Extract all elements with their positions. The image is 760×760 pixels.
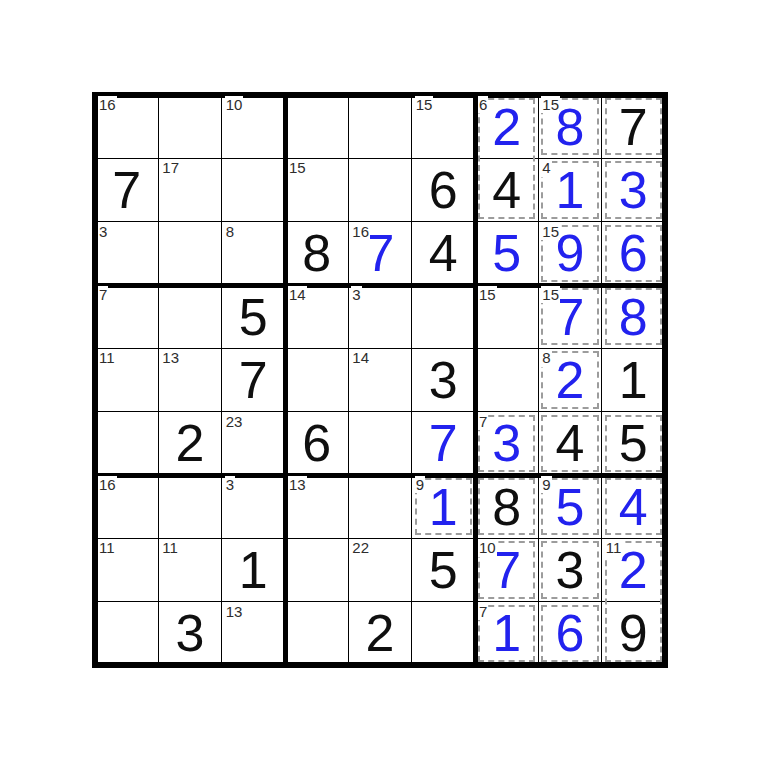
cell-r3c9[interactable]: 6 bbox=[602, 222, 665, 285]
cell-r9c4[interactable] bbox=[285, 602, 348, 665]
given-digit: 3 bbox=[412, 348, 475, 411]
cell-r7c9[interactable]: 4 bbox=[602, 475, 665, 538]
cell-r9c2[interactable]: 3 bbox=[158, 602, 221, 665]
cell-r7c5[interactable] bbox=[348, 475, 411, 538]
cell-r6c8[interactable]: 4 bbox=[538, 412, 601, 475]
cell-r4c8[interactable]: 157 bbox=[538, 285, 601, 348]
cell-r3c2[interactable] bbox=[158, 222, 221, 285]
cell-r2c8[interactable]: 41 bbox=[538, 158, 601, 221]
cell-r4c7[interactable]: 15 bbox=[475, 285, 538, 348]
cage-sum-label: 7 bbox=[478, 603, 488, 620]
cage-sum-label: 11 bbox=[161, 539, 179, 556]
cage-sum-label: 3 bbox=[351, 286, 361, 303]
given-digit: 6 bbox=[412, 158, 475, 221]
cell-r8c3[interactable]: 1 bbox=[222, 538, 285, 601]
cage-sum-label: 15 bbox=[541, 286, 560, 303]
cage-sum-label: 14 bbox=[288, 286, 307, 303]
cell-r6c9[interactable]: 5 bbox=[602, 412, 665, 475]
cell-r8c8[interactable]: 3 bbox=[538, 538, 601, 601]
cell-r7c1[interactable]: 16 bbox=[95, 475, 158, 538]
cell-r4c1[interactable]: 7 bbox=[95, 285, 158, 348]
cage-sum-label: 15 bbox=[541, 96, 560, 113]
cell-r3c6[interactable]: 4 bbox=[412, 222, 475, 285]
given-digit: 1 bbox=[222, 538, 285, 601]
cell-r5c2[interactable]: 13 bbox=[158, 348, 221, 411]
cell-r6c5[interactable] bbox=[348, 412, 411, 475]
cell-r6c6[interactable]: 7 bbox=[412, 412, 475, 475]
cell-r1c1[interactable]: 16 bbox=[95, 95, 158, 158]
cell-r6c2[interactable]: 2 bbox=[158, 412, 221, 475]
cell-r2c2[interactable]: 17 bbox=[158, 158, 221, 221]
cell-r3c7[interactable]: 5 bbox=[475, 222, 538, 285]
cell-r8c2[interactable]: 11 bbox=[158, 538, 221, 601]
cage-sum-label: 7 bbox=[98, 286, 108, 303]
cage-sum-label: 15 bbox=[541, 223, 560, 240]
cell-r1c7[interactable]: 62 bbox=[475, 95, 538, 158]
cell-r9c9[interactable]: 9 bbox=[602, 602, 665, 665]
cell-r5c6[interactable]: 3 bbox=[412, 348, 475, 411]
cell-r8c7[interactable]: 107 bbox=[475, 538, 538, 601]
cage-sum-label: 8 bbox=[225, 223, 235, 240]
cell-r8c5[interactable]: 22 bbox=[348, 538, 411, 601]
cage-sum-label: 11 bbox=[605, 539, 623, 556]
cage-sum-label: 16 bbox=[98, 476, 117, 493]
cell-r9c8[interactable]: 6 bbox=[538, 602, 601, 665]
cell-r4c5[interactable]: 3 bbox=[348, 285, 411, 348]
solved-digit: 4 bbox=[602, 475, 665, 538]
cell-r1c5[interactable] bbox=[348, 95, 411, 158]
cage-sum-label: 6 bbox=[478, 96, 488, 113]
cell-r6c1[interactable] bbox=[95, 412, 158, 475]
cell-r1c6[interactable]: 15 bbox=[412, 95, 475, 158]
cell-r5c7[interactable] bbox=[475, 348, 538, 411]
cell-r6c4[interactable]: 6 bbox=[285, 412, 348, 475]
cell-r1c9[interactable]: 7 bbox=[602, 95, 665, 158]
cell-r4c9[interactable]: 8 bbox=[602, 285, 665, 348]
cell-r1c8[interactable]: 158 bbox=[538, 95, 601, 158]
cell-r8c6[interactable]: 5 bbox=[412, 538, 475, 601]
cell-r7c2[interactable] bbox=[158, 475, 221, 538]
given-digit: 5 bbox=[412, 538, 475, 601]
cell-r7c7[interactable]: 8 bbox=[475, 475, 538, 538]
cage-sum-label: 14 bbox=[351, 349, 370, 366]
cell-r9c5[interactable]: 2 bbox=[348, 602, 411, 665]
solved-digit: 6 bbox=[602, 222, 665, 285]
given-digit: 8 bbox=[475, 475, 538, 538]
cage-sum-label: 10 bbox=[478, 539, 497, 556]
cell-r8c1[interactable]: 11 bbox=[95, 538, 158, 601]
given-digit: 7 bbox=[95, 158, 158, 221]
cell-r3c8[interactable]: 159 bbox=[538, 222, 601, 285]
given-digit: 7 bbox=[222, 348, 285, 411]
given-digit: 5 bbox=[602, 412, 665, 475]
cell-r2c7[interactable]: 4 bbox=[475, 158, 538, 221]
solved-digit: 3 bbox=[602, 158, 665, 221]
cell-r7c8[interactable]: 95 bbox=[538, 475, 601, 538]
cage-sum-label: 10 bbox=[225, 96, 244, 113]
page-background: 1610156215877171564413388167451596751431… bbox=[0, 0, 760, 760]
solved-digit: 5 bbox=[475, 222, 538, 285]
given-digit: 7 bbox=[602, 95, 665, 158]
cell-r3c4[interactable]: 8 bbox=[285, 222, 348, 285]
cell-r9c1[interactable] bbox=[95, 602, 158, 665]
given-digit: 6 bbox=[285, 412, 348, 475]
given-digit: 3 bbox=[538, 538, 601, 601]
cell-r7c6[interactable]: 91 bbox=[412, 475, 475, 538]
cage-sum-label: 9 bbox=[541, 476, 551, 493]
cell-r1c4[interactable] bbox=[285, 95, 348, 158]
cell-r2c9[interactable]: 3 bbox=[602, 158, 665, 221]
given-digit: 4 bbox=[412, 222, 475, 285]
cell-r7c3[interactable]: 3 bbox=[222, 475, 285, 538]
given-digit: 1 bbox=[602, 348, 665, 411]
given-digit: 3 bbox=[158, 602, 221, 665]
cell-r3c3[interactable]: 8 bbox=[222, 222, 285, 285]
cage-sum-label: 9 bbox=[415, 476, 425, 493]
cage-sum-label: 22 bbox=[351, 539, 370, 556]
cell-r9c3[interactable]: 13 bbox=[222, 602, 285, 665]
cage-sum-label: 17 bbox=[161, 159, 180, 176]
cell-r1c2[interactable] bbox=[158, 95, 221, 158]
cage-sum-label: 13 bbox=[288, 476, 307, 493]
given-digit: 9 bbox=[602, 602, 665, 665]
cage-sum-label: 16 bbox=[98, 96, 117, 113]
cell-r7c4[interactable]: 13 bbox=[285, 475, 348, 538]
cage-sum-label: 13 bbox=[225, 603, 244, 620]
cell-r8c4[interactable] bbox=[285, 538, 348, 601]
cage-sum-label: 23 bbox=[225, 413, 244, 430]
cell-r2c1[interactable]: 7 bbox=[95, 158, 158, 221]
cell-r4c6[interactable] bbox=[412, 285, 475, 348]
solved-digit: 6 bbox=[538, 602, 601, 665]
cage-sum-label: 11 bbox=[98, 539, 116, 556]
cell-r2c4[interactable]: 15 bbox=[285, 158, 348, 221]
solved-digit: 7 bbox=[412, 412, 475, 475]
cell-r3c1[interactable]: 3 bbox=[95, 222, 158, 285]
cell-r4c4[interactable]: 14 bbox=[285, 285, 348, 348]
cell-r6c3[interactable]: 23 bbox=[222, 412, 285, 475]
cell-r3c5[interactable]: 167 bbox=[348, 222, 411, 285]
cell-r2c3[interactable] bbox=[222, 158, 285, 221]
sudoku-board: 1610156215877171564413388167451596751431… bbox=[95, 95, 665, 665]
given-digit: 2 bbox=[158, 412, 221, 475]
given-digit: 4 bbox=[475, 158, 538, 221]
cell-r9c6[interactable] bbox=[412, 602, 475, 665]
cage-sum-label: 13 bbox=[161, 349, 180, 366]
cell-r6c7[interactable]: 73 bbox=[475, 412, 538, 475]
cell-r4c3[interactable]: 5 bbox=[222, 285, 285, 348]
cell-r2c5[interactable] bbox=[348, 158, 411, 221]
cage-sum-label: 11 bbox=[98, 349, 116, 366]
cage-sum-label: 7 bbox=[478, 413, 488, 430]
cell-border-vertical bbox=[348, 92, 349, 668]
cell-r5c1[interactable]: 11 bbox=[95, 348, 158, 411]
given-digit: 2 bbox=[348, 602, 411, 665]
cell-r5c5[interactable]: 14 bbox=[348, 348, 411, 411]
cage-sum-label: 15 bbox=[415, 96, 434, 113]
cell-r2c6[interactable]: 6 bbox=[412, 158, 475, 221]
cage-sum-label: 3 bbox=[225, 476, 235, 493]
cage-sum-label: 15 bbox=[478, 286, 497, 303]
cell-r9c7[interactable]: 71 bbox=[475, 602, 538, 665]
given-digit: 5 bbox=[222, 285, 285, 348]
cage-sum-label: 15 bbox=[288, 159, 307, 176]
cage-sum-label: 3 bbox=[98, 223, 108, 240]
cell-r4c2[interactable] bbox=[158, 285, 221, 348]
cell-r5c9[interactable]: 1 bbox=[602, 348, 665, 411]
cell-r1c3[interactable]: 10 bbox=[222, 95, 285, 158]
cell-r8c9[interactable]: 112 bbox=[602, 538, 665, 601]
cage-sum-label: 8 bbox=[541, 349, 551, 366]
cell-r5c4[interactable] bbox=[285, 348, 348, 411]
solved-digit: 8 bbox=[602, 285, 665, 348]
given-digit: 8 bbox=[285, 222, 348, 285]
cage-sum-label: 16 bbox=[351, 223, 370, 240]
cell-r5c3[interactable]: 7 bbox=[222, 348, 285, 411]
cell-r5c8[interactable]: 82 bbox=[538, 348, 601, 411]
cage-sum-label: 4 bbox=[541, 159, 551, 176]
given-digit: 4 bbox=[538, 412, 601, 475]
